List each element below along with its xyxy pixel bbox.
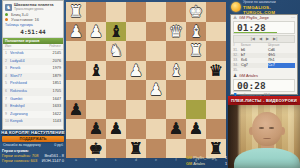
square-a3[interactable]: ♟ [66,100,86,120]
game-client-window: ♙ GM Phyllis_Jorge ⋯ 01:28 |◀ ◀ ▶ ▶| # Б… [230,14,298,95]
square-c5[interactable] [106,61,126,81]
square-d3[interactable] [126,100,146,120]
square-a5[interactable] [66,61,86,81]
move-list: 31.b6Сd632.b7Фh533.Кc6Лh134.Сg7Сc735. [231,48,297,74]
white-rook: ♜ [186,41,206,61]
square-e5[interactable] [146,61,166,81]
square-c8[interactable] [106,2,126,22]
square-d4[interactable] [126,80,146,100]
square-g7[interactable]: ♝ [186,22,206,42]
black-queen: ♛ [206,61,226,81]
square-a7[interactable]: ♟ [66,22,86,42]
square-f4[interactable] [166,80,186,100]
square-h7[interactable] [206,22,226,42]
player-score: 1 [225,162,227,168]
black-pawn: ♟ [186,119,206,139]
square-d8[interactable] [126,2,146,22]
white-rook: ♜ [66,2,86,22]
square-d6[interactable] [126,41,146,61]
square-c7[interactable]: ♝ [106,22,126,42]
square-h4[interactable] [206,80,226,100]
square-g3[interactable] [186,100,206,120]
standings-row[interactable]: 1Vershok2145 [3,50,63,58]
standings-row[interactable]: 7Gambit1647 [3,96,63,104]
square-b3[interactable] [86,100,106,120]
square-g2[interactable]: ♟ [186,119,206,139]
standings-row[interactable]: 8Endshpil1633 [3,103,63,111]
square-a1[interactable] [66,139,86,159]
clock-progress-bar [234,90,251,92]
standings-row[interactable]: 2Ladya642076 [3,58,63,66]
white-queen: ♛ [166,22,186,42]
hero2-label: Герои натиска: 603 [2,158,37,163]
standings-table: 1Vershok21452Ladya6420763Ferzik19794Slon… [3,50,63,126]
square-a4[interactable] [66,80,86,100]
square-e4[interactable]: ♟ [146,80,166,100]
stream-promo: НА КОРОЛЯ! НАСТУПЛЕНИЕ ПОДДЕРЖАТЬ Спасиб… [0,130,66,168]
banner-site-url: TIMGALIOS-TURGOL.COM [243,5,300,15]
square-g4[interactable] [186,80,206,100]
square-f7[interactable]: ♛ [166,22,186,42]
square-d1[interactable]: ♜ [126,139,146,159]
top-clock: 01:28 [233,21,295,34]
square-g6[interactable]: ♜ [186,41,206,61]
standings-row[interactable]: 10Konyok1143 [3,118,63,126]
bottom-clock: 00:28 [233,79,295,92]
standings-link[interactable]: Таблица турнира [5,23,61,27]
square-h6[interactable] [206,41,226,61]
file-label-d: d [126,158,146,162]
stream-background: ♞ Шахматная планета Трансляция урока Бли… [0,0,300,168]
square-d7[interactable] [126,22,146,42]
players-dot-icon [5,18,8,21]
white-pawn: ♟ [126,61,146,81]
title-tag: GM [186,162,192,168]
white-pawn: ♟ [66,22,86,42]
square-e2[interactable] [146,119,166,139]
square-h2[interactable] [206,119,226,139]
prev-move-button[interactable]: ◀ [259,36,262,42]
square-f2[interactable]: ♟ [166,119,186,139]
first-move-button[interactable]: |◀ [251,36,255,42]
black-pawn: ♟ [66,100,86,120]
white-bishop: ♝ [186,22,206,42]
col-name: Имя [5,44,11,49]
file-label-e: e [146,158,166,162]
chess-board[interactable]: ♜♚♟♟♝♛♝♞♜♝♟♝♛♟♟♟♟♟♟♚♜♜ [66,2,226,158]
square-f8[interactable] [166,2,186,22]
square-c4[interactable] [106,80,126,100]
square-h5[interactable]: ♛ [206,61,226,81]
square-e8[interactable] [146,2,166,22]
standings-row[interactable]: 9Zugzwang1622 [3,111,63,119]
square-h3[interactable] [206,100,226,120]
last-move-button[interactable]: ▶| [273,36,277,42]
col-score: Рейтинг [49,44,61,49]
file-label-c: c [106,158,126,162]
webcam-feed [228,105,300,168]
square-b5[interactable]: ♝ [86,61,106,81]
file-label-a: a [66,158,86,162]
standings-row[interactable]: 3Ferzik1979 [3,65,63,73]
square-e6[interactable] [146,41,166,61]
white-pawn: ♟ [146,80,166,100]
square-a2[interactable] [66,119,86,139]
thanks-value: 0 руб [54,143,63,147]
tournament-timer: 4:51:44 [5,28,61,35]
black-bishop: ♝ [106,22,126,42]
broadcast-players: GM Phyllis_Jorge 1 GM Artales 1 [186,156,227,167]
lessons-banner[interactable]: Уроки по шахматам TIMGALIOS-TURGOL.COM [228,0,300,14]
file-label-f: f [166,158,186,162]
file-label-b: b [86,158,106,162]
square-a6[interactable] [66,41,86,61]
square-e3[interactable] [146,100,166,120]
square-e7[interactable] [146,22,166,42]
status-dot-icon [5,13,8,16]
square-b8[interactable] [86,2,106,22]
standings-row[interactable]: 6Rokirovka1705 [3,88,63,96]
square-g8[interactable]: ♚ [186,2,206,22]
white-knight: ♞ [106,41,126,61]
broadcast-player-black: GM Artales 1 [186,162,227,168]
white-pawn: ♟ [86,22,106,42]
square-f1[interactable] [166,139,186,159]
square-a8[interactable]: ♜ [66,2,86,22]
webcam-vignette [228,105,300,168]
tournament-stat-players: Участников: 16 [11,17,39,22]
square-f6[interactable] [166,41,186,61]
square-h8[interactable] [206,2,226,22]
black-pawn: ♟ [86,119,106,139]
square-b1[interactable]: ♚ [86,139,106,159]
white-king: ♚ [186,2,206,22]
square-c3[interactable] [106,100,126,120]
tournament-avatar-icon: ♞ [5,4,12,11]
thanks-label: Спасибо за поддержку [3,143,41,147]
move-navigation-toolbar: |◀ ◀ ▶ ▶| [233,35,295,43]
next-move-button[interactable]: ▶ [266,36,269,42]
standings-row[interactable]: 4Slon771879 [3,73,63,81]
hero2-value: ИОН-1147 0 [42,158,64,163]
standings-row[interactable]: 5Peshkoed1851 [3,80,63,88]
clock-progress-bar [234,32,277,34]
tournament-sidebar: ♞ Шахматная планета Трансляция урока Бли… [2,0,64,130]
black-pawn: ♟ [166,119,186,139]
square-f5[interactable]: ♝ [166,61,186,81]
tournament-info: ♞ Шахматная планета Трансляция урока Бли… [3,1,63,38]
black-bishop: ♝ [86,61,106,81]
square-d2[interactable] [126,119,146,139]
player-name: Artales [193,162,224,168]
square-e1[interactable] [146,139,166,159]
square-c2[interactable]: ♟ [106,119,126,139]
sun-logo-icon [231,2,241,12]
black-pawn: ♟ [106,119,126,139]
square-g5[interactable] [186,61,206,81]
black-king: ♚ [86,139,106,159]
square-f3[interactable] [166,100,186,120]
square-c6[interactable]: ♞ [106,41,126,61]
square-b4[interactable] [86,80,106,100]
square-d5[interactable]: ♟ [126,61,146,81]
square-b6[interactable] [86,41,106,61]
white-bishop: ♝ [166,61,186,81]
announcement-ticker: ПЛЕЙ-ЛИСТЫ - ВИДЕОУРОКИ [228,96,300,105]
square-b2[interactable]: ♟ [86,119,106,139]
black-rook: ♜ [126,139,146,159]
square-c1[interactable] [106,139,126,159]
square-b7[interactable]: ♟ [86,22,106,42]
